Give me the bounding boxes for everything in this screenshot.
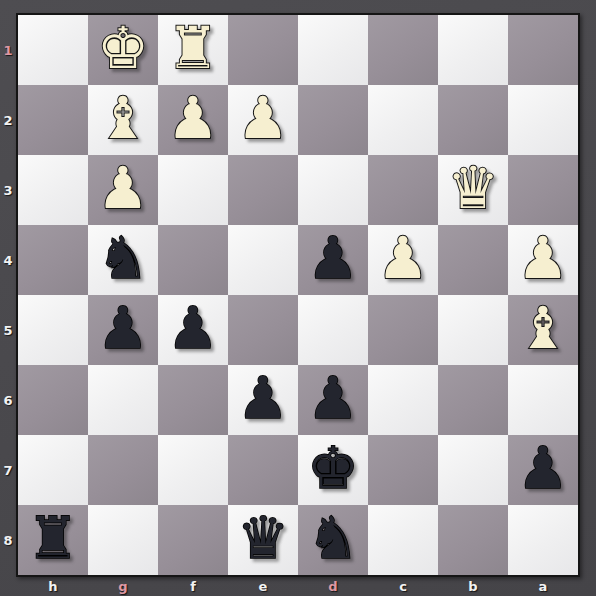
square-b2[interactable] [438, 85, 508, 155]
square-f1[interactable]: ♜ [158, 15, 228, 85]
square-a5[interactable]: ♝ [508, 295, 578, 365]
square-d6[interactable]: ♟ [298, 365, 368, 435]
square-d8[interactable]: ♞ [298, 505, 368, 575]
piece-black-knight[interactable]: ♞ [307, 503, 359, 573]
file-labels: hgfedcba [18, 577, 578, 596]
piece-white-pawn[interactable]: ♟ [237, 83, 289, 153]
square-c5[interactable] [368, 295, 438, 365]
piece-black-pawn[interactable]: ♟ [307, 363, 359, 433]
piece-white-queen[interactable]: ♛ [447, 153, 499, 223]
piece-black-pawn[interactable]: ♟ [517, 433, 569, 503]
rank-labels: 12345678 [0, 15, 16, 575]
square-c4[interactable]: ♟ [368, 225, 438, 295]
square-d3[interactable] [298, 155, 368, 225]
piece-white-king[interactable]: ♚ [97, 13, 149, 83]
square-g7[interactable] [88, 435, 158, 505]
square-c3[interactable] [368, 155, 438, 225]
square-e1[interactable] [228, 15, 298, 85]
square-c8[interactable] [368, 505, 438, 575]
square-d7[interactable]: ♚ [298, 435, 368, 505]
piece-black-king[interactable]: ♚ [307, 433, 359, 503]
square-e2[interactable]: ♟ [228, 85, 298, 155]
piece-white-rook[interactable]: ♜ [167, 13, 219, 83]
rank-label-5: 5 [0, 295, 16, 365]
square-b1[interactable] [438, 15, 508, 85]
piece-black-pawn[interactable]: ♟ [97, 293, 149, 363]
square-g2[interactable]: ♝ [88, 85, 158, 155]
square-d2[interactable] [298, 85, 368, 155]
square-h7[interactable] [18, 435, 88, 505]
square-a8[interactable] [508, 505, 578, 575]
file-label-b: b [438, 577, 508, 596]
square-g4[interactable]: ♞ [88, 225, 158, 295]
file-label-c: c [368, 577, 438, 596]
square-c2[interactable] [368, 85, 438, 155]
square-h6[interactable] [18, 365, 88, 435]
square-f7[interactable] [158, 435, 228, 505]
square-h3[interactable] [18, 155, 88, 225]
square-f2[interactable]: ♟ [158, 85, 228, 155]
square-b7[interactable] [438, 435, 508, 505]
square-c6[interactable] [368, 365, 438, 435]
piece-black-pawn[interactable]: ♟ [237, 363, 289, 433]
file-label-f: f [158, 577, 228, 596]
board-frame: 12345678 ♚♜♝♟♟♟♛♞♟♟♟♟♟♝♟♟♚♟♜♛♞ hgfedcba [0, 0, 596, 596]
square-f5[interactable]: ♟ [158, 295, 228, 365]
chess-board: ♚♜♝♟♟♟♛♞♟♟♟♟♟♝♟♟♚♟♜♛♞ [16, 13, 580, 577]
square-f6[interactable] [158, 365, 228, 435]
square-b5[interactable] [438, 295, 508, 365]
square-f3[interactable] [158, 155, 228, 225]
square-e8[interactable]: ♛ [228, 505, 298, 575]
square-e5[interactable] [228, 295, 298, 365]
square-g5[interactable]: ♟ [88, 295, 158, 365]
square-a1[interactable] [508, 15, 578, 85]
file-label-a: a [508, 577, 578, 596]
square-a4[interactable]: ♟ [508, 225, 578, 295]
square-d1[interactable] [298, 15, 368, 85]
rank-label-7: 7 [0, 435, 16, 505]
rank-label-6: 6 [0, 365, 16, 435]
piece-white-bishop[interactable]: ♝ [97, 83, 149, 153]
piece-white-pawn[interactable]: ♟ [97, 153, 149, 223]
file-label-g: g [88, 577, 158, 596]
file-label-e: e [228, 577, 298, 596]
square-g6[interactable] [88, 365, 158, 435]
piece-black-pawn[interactable]: ♟ [167, 293, 219, 363]
square-a6[interactable] [508, 365, 578, 435]
piece-black-queen[interactable]: ♛ [237, 503, 289, 573]
square-e4[interactable] [228, 225, 298, 295]
square-a7[interactable]: ♟ [508, 435, 578, 505]
rank-label-4: 4 [0, 225, 16, 295]
rank-label-8: 8 [0, 505, 16, 575]
square-b4[interactable] [438, 225, 508, 295]
piece-black-rook[interactable]: ♜ [27, 503, 79, 573]
square-h2[interactable] [18, 85, 88, 155]
piece-white-bishop[interactable]: ♝ [517, 293, 569, 363]
square-f4[interactable] [158, 225, 228, 295]
square-g3[interactable]: ♟ [88, 155, 158, 225]
square-h5[interactable] [18, 295, 88, 365]
rank-label-2: 2 [0, 85, 16, 155]
square-a3[interactable] [508, 155, 578, 225]
square-h8[interactable]: ♜ [18, 505, 88, 575]
file-label-d: d [298, 577, 368, 596]
square-c7[interactable] [368, 435, 438, 505]
piece-black-knight[interactable]: ♞ [97, 223, 149, 293]
square-b6[interactable] [438, 365, 508, 435]
square-a2[interactable] [508, 85, 578, 155]
square-g1[interactable]: ♚ [88, 15, 158, 85]
square-h4[interactable] [18, 225, 88, 295]
square-c1[interactable] [368, 15, 438, 85]
piece-black-pawn[interactable]: ♟ [307, 223, 359, 293]
rank-label-1: 1 [0, 15, 16, 85]
square-g8[interactable] [88, 505, 158, 575]
square-d5[interactable] [298, 295, 368, 365]
square-b3[interactable]: ♛ [438, 155, 508, 225]
piece-white-pawn[interactable]: ♟ [377, 223, 429, 293]
square-f8[interactable] [158, 505, 228, 575]
square-e3[interactable] [228, 155, 298, 225]
square-e6[interactable]: ♟ [228, 365, 298, 435]
rank-label-3: 3 [0, 155, 16, 225]
square-e7[interactable] [228, 435, 298, 505]
square-b8[interactable] [438, 505, 508, 575]
piece-white-pawn[interactable]: ♟ [167, 83, 219, 153]
square-d4[interactable]: ♟ [298, 225, 368, 295]
file-label-h: h [18, 577, 88, 596]
square-h1[interactable] [18, 15, 88, 85]
piece-white-pawn[interactable]: ♟ [517, 223, 569, 293]
